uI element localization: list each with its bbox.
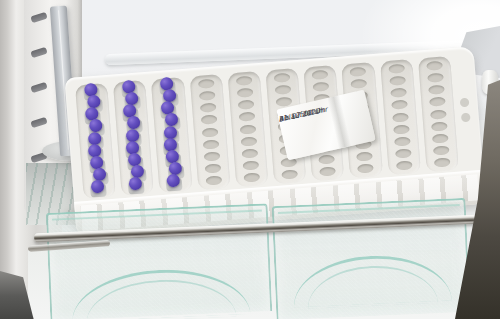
tray-hole	[320, 166, 337, 176]
tray-channel	[227, 71, 268, 187]
tray-hole	[431, 121, 448, 131]
tray-hole	[240, 124, 257, 134]
tray-hole	[281, 169, 298, 179]
tray-hole	[433, 145, 450, 155]
tray-hole	[237, 88, 254, 98]
tray-channel	[75, 83, 116, 199]
label-line-3: bis 07:00 Uhr	[278, 103, 329, 126]
tray-hole	[392, 112, 409, 122]
tray-hole	[238, 100, 255, 110]
tray-hole	[242, 160, 259, 170]
tray-channel	[151, 77, 192, 193]
tray-channel	[189, 74, 230, 190]
tray-hole	[357, 151, 374, 161]
tray-hole	[240, 136, 257, 146]
tray-hole	[201, 115, 218, 125]
tray-hole	[432, 133, 449, 143]
tray-hole	[313, 82, 330, 92]
vent-slot-icon	[30, 47, 47, 59]
tray-hole	[358, 163, 375, 173]
vent-slot-icon	[30, 82, 47, 94]
tray-hole	[312, 70, 329, 80]
tray-hole	[198, 79, 215, 89]
tray-hole	[430, 109, 447, 119]
vent-slot-icon	[30, 12, 47, 24]
tray-hole	[395, 148, 412, 158]
tray-hole	[202, 139, 219, 149]
tray-hole	[427, 73, 444, 83]
tray-hole	[274, 73, 291, 83]
tray-hole	[319, 154, 336, 164]
tray-hole	[391, 100, 408, 110]
tray-hole	[239, 112, 256, 122]
tray-channel	[113, 80, 154, 196]
tray-hole	[428, 85, 445, 95]
tray-hole	[426, 61, 443, 71]
tray-emboss-marks	[457, 94, 473, 125]
tray-hole	[243, 172, 260, 182]
tray-hole	[241, 148, 258, 158]
crisper-drawer-left	[46, 203, 272, 319]
tray-hole	[434, 157, 451, 167]
tray-channel	[380, 59, 421, 175]
tray-channel	[418, 56, 459, 172]
tray-hole	[275, 85, 292, 95]
tray-hole	[350, 67, 367, 77]
tray-hole	[199, 91, 216, 101]
tray-hole	[393, 124, 410, 134]
tray-hole	[394, 136, 411, 146]
tray-hole	[429, 97, 446, 107]
refrigerator-scene: Ablaufdatum 31.12.2020 bis 07:00 Uhr	[0, 0, 500, 319]
tray-hole	[236, 76, 253, 86]
vent-slot-icon	[30, 117, 47, 129]
tray-hole	[200, 103, 217, 113]
tray-hole	[351, 79, 368, 89]
tray-hole	[205, 175, 222, 185]
tray-hole	[389, 76, 406, 86]
vaccine-vial	[128, 181, 145, 191]
tray-hole	[390, 88, 407, 98]
tray-hole	[204, 163, 221, 173]
tray-hole	[396, 160, 413, 170]
tray-hole	[203, 151, 220, 161]
tray-hole	[388, 64, 405, 74]
tray-hole	[201, 127, 218, 137]
vaccine-vial	[166, 178, 183, 188]
vaccine-vial	[90, 184, 107, 194]
